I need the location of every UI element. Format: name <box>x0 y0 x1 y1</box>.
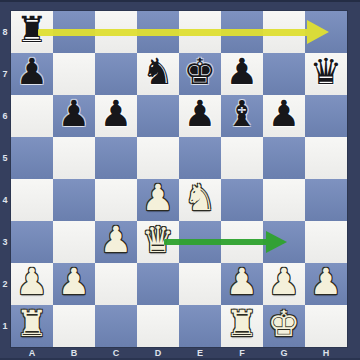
square-a1[interactable]: ♜ <box>11 305 53 347</box>
square-e8[interactable] <box>179 11 221 53</box>
file-label-b: B <box>53 347 95 360</box>
square-b6[interactable]: ♟ <box>53 95 95 137</box>
frame-top-edge <box>0 0 360 2</box>
rank-label-4: 4 <box>0 179 10 221</box>
black-rook-a8[interactable]: ♜ <box>16 9 48 51</box>
square-a8[interactable]: ♜ <box>11 11 53 53</box>
square-g7[interactable] <box>263 53 305 95</box>
square-d2[interactable] <box>137 263 179 305</box>
square-d3[interactable]: ♛ <box>137 221 179 263</box>
square-f5[interactable] <box>221 137 263 179</box>
rank-label-5: 5 <box>0 137 10 179</box>
square-a3[interactable] <box>11 221 53 263</box>
square-g2[interactable]: ♟ <box>263 263 305 305</box>
black-pawn-c6[interactable]: ♟ <box>100 93 132 135</box>
square-b1[interactable] <box>53 305 95 347</box>
square-e7[interactable]: ♚ <box>179 53 221 95</box>
square-f7[interactable]: ♟ <box>221 53 263 95</box>
square-c5[interactable] <box>95 137 137 179</box>
square-d8[interactable] <box>137 11 179 53</box>
black-pawn-e6[interactable]: ♟ <box>184 93 216 135</box>
black-pawn-f7[interactable]: ♟ <box>226 51 258 93</box>
square-f8[interactable] <box>221 11 263 53</box>
square-e2[interactable] <box>179 263 221 305</box>
square-b7[interactable] <box>53 53 95 95</box>
square-b2[interactable]: ♟ <box>53 263 95 305</box>
rank-label-2: 2 <box>0 263 10 305</box>
square-c2[interactable] <box>95 263 137 305</box>
black-queen-h7[interactable]: ♛ <box>310 51 342 93</box>
square-g6[interactable]: ♟ <box>263 95 305 137</box>
square-e4[interactable]: ♞ <box>179 179 221 221</box>
square-e1[interactable] <box>179 305 221 347</box>
rank-label-6: 6 <box>0 95 10 137</box>
square-g5[interactable] <box>263 137 305 179</box>
square-h2[interactable]: ♟ <box>305 263 347 305</box>
white-pawn-g2[interactable]: ♟ <box>268 261 300 303</box>
square-g1[interactable]: ♚ <box>263 305 305 347</box>
white-king-g1[interactable]: ♚ <box>268 303 300 345</box>
white-queen-d3[interactable]: ♛ <box>142 219 174 261</box>
square-c7[interactable] <box>95 53 137 95</box>
black-knight-d7[interactable]: ♞ <box>142 51 174 93</box>
square-b3[interactable] <box>53 221 95 263</box>
file-label-e: E <box>179 347 221 360</box>
rank-label-7: 7 <box>0 53 10 95</box>
black-pawn-g6[interactable]: ♟ <box>268 93 300 135</box>
square-g3[interactable] <box>263 221 305 263</box>
square-h5[interactable] <box>305 137 347 179</box>
black-bishop-f6[interactable]: ♝ <box>226 93 258 135</box>
square-e3[interactable] <box>179 221 221 263</box>
white-pawn-b2[interactable]: ♟ <box>58 261 90 303</box>
file-label-f: F <box>221 347 263 360</box>
chess-board: ♜♟♞♚♟♛♟♟♟♝♟♟♞♟♛♟♟♟♟♟♜♜♚ <box>10 10 348 348</box>
white-rook-f1[interactable]: ♜ <box>226 303 258 345</box>
square-b8[interactable] <box>53 11 95 53</box>
square-a5[interactable] <box>11 137 53 179</box>
square-h7[interactable]: ♛ <box>305 53 347 95</box>
square-h3[interactable] <box>305 221 347 263</box>
square-d5[interactable] <box>137 137 179 179</box>
square-h8[interactable] <box>305 11 347 53</box>
square-d7[interactable]: ♞ <box>137 53 179 95</box>
square-a6[interactable] <box>11 95 53 137</box>
square-h1[interactable] <box>305 305 347 347</box>
square-f6[interactable]: ♝ <box>221 95 263 137</box>
square-g8[interactable] <box>263 11 305 53</box>
square-f4[interactable] <box>221 179 263 221</box>
square-f1[interactable]: ♜ <box>221 305 263 347</box>
white-pawn-a2[interactable]: ♟ <box>16 261 48 303</box>
square-b5[interactable] <box>53 137 95 179</box>
rank-label-1: 1 <box>0 305 10 347</box>
square-d6[interactable] <box>137 95 179 137</box>
white-rook-a1[interactable]: ♜ <box>16 303 48 345</box>
square-h6[interactable] <box>305 95 347 137</box>
square-c6[interactable]: ♟ <box>95 95 137 137</box>
square-f2[interactable]: ♟ <box>221 263 263 305</box>
square-d1[interactable] <box>137 305 179 347</box>
file-label-d: D <box>137 347 179 360</box>
square-g4[interactable] <box>263 179 305 221</box>
square-f3[interactable] <box>221 221 263 263</box>
file-label-a: A <box>11 347 53 360</box>
square-b4[interactable] <box>53 179 95 221</box>
square-e5[interactable] <box>179 137 221 179</box>
square-c1[interactable] <box>95 305 137 347</box>
black-pawn-b6[interactable]: ♟ <box>58 93 90 135</box>
black-pawn-a7[interactable]: ♟ <box>16 51 48 93</box>
square-a4[interactable] <box>11 179 53 221</box>
square-a2[interactable]: ♟ <box>11 263 53 305</box>
file-label-g: G <box>263 347 305 360</box>
rank-label-8: 8 <box>0 11 10 53</box>
file-label-h: H <box>305 347 347 360</box>
black-king-e7[interactable]: ♚ <box>184 51 216 93</box>
square-c4[interactable] <box>95 179 137 221</box>
white-pawn-f2[interactable]: ♟ <box>226 261 258 303</box>
white-pawn-c3[interactable]: ♟ <box>100 219 132 261</box>
square-a7[interactable]: ♟ <box>11 53 53 95</box>
square-e6[interactable]: ♟ <box>179 95 221 137</box>
square-c3[interactable]: ♟ <box>95 221 137 263</box>
chess-board-frame: ♜♟♞♚♟♛♟♟♟♝♟♟♞♟♛♟♟♟♟♟♜♜♚ 87654321 ABCDEFG… <box>0 0 360 360</box>
square-c8[interactable] <box>95 11 137 53</box>
square-d4[interactable]: ♟ <box>137 179 179 221</box>
square-h4[interactable] <box>305 179 347 221</box>
white-pawn-d4[interactable]: ♟ <box>142 177 174 219</box>
rank-label-3: 3 <box>0 221 10 263</box>
file-label-c: C <box>95 347 137 360</box>
white-pawn-h2[interactable]: ♟ <box>310 261 342 303</box>
white-knight-e4[interactable]: ♞ <box>184 177 216 219</box>
